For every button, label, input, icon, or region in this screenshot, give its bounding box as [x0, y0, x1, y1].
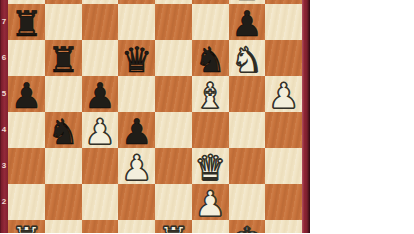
- black-pawn: ♟: [121, 115, 152, 150]
- square-g7[interactable]: ♟: [229, 4, 266, 40]
- square-d3[interactable]: ♟: [118, 148, 155, 184]
- square-e2[interactable]: [155, 184, 192, 220]
- black-pawn: ♟: [231, 7, 262, 42]
- square-d6[interactable]: ♛: [118, 40, 155, 76]
- white-king: ♚: [231, 223, 262, 234]
- square-b1[interactable]: [45, 220, 82, 233]
- white-pawn: ♟: [84, 115, 115, 150]
- square-a5[interactable]: ♟: [8, 76, 45, 112]
- square-b3[interactable]: [45, 148, 82, 184]
- square-g4[interactable]: [229, 112, 266, 148]
- white-pawn: ♟: [268, 79, 299, 114]
- square-e6[interactable]: [155, 40, 192, 76]
- rank-label-5: 5: [0, 89, 8, 99]
- white-rook: ♜: [11, 223, 42, 234]
- square-h1[interactable]: [265, 220, 302, 233]
- rank-label-4: 4: [0, 125, 8, 135]
- square-a7[interactable]: ♜: [8, 4, 45, 40]
- square-a2[interactable]: [8, 184, 45, 220]
- square-g3[interactable]: [229, 148, 266, 184]
- black-rook: ♜: [11, 7, 42, 42]
- square-d1[interactable]: [118, 220, 155, 233]
- black-rook: ♜: [47, 43, 78, 78]
- square-h3[interactable]: [265, 148, 302, 184]
- square-h4[interactable]: [265, 112, 302, 148]
- white-pawn: ♟: [121, 151, 152, 186]
- square-b5[interactable]: [45, 76, 82, 112]
- chess-board: ♚♜♟♜♛♞♞♟♟♝♟♞♟♟♟♛♟♜♜♚ 87654321: [0, 0, 310, 233]
- rank-label-7: 7: [0, 17, 8, 27]
- square-g2[interactable]: [229, 184, 266, 220]
- white-bishop: ♝: [194, 79, 225, 114]
- square-b6[interactable]: ♜: [45, 40, 82, 76]
- square-a1[interactable]: ♜: [8, 220, 45, 233]
- white-rook: ♜: [158, 223, 189, 234]
- black-pawn: ♟: [11, 79, 42, 114]
- board-border-right: [302, 0, 310, 233]
- square-b7[interactable]: [45, 4, 82, 40]
- board-grid: ♚♜♟♜♛♞♞♟♟♝♟♞♟♟♟♛♟♜♜♚: [8, 0, 302, 233]
- black-knight: ♞: [47, 115, 78, 150]
- square-h6[interactable]: [265, 40, 302, 76]
- square-d7[interactable]: [118, 4, 155, 40]
- rank-label-3: 3: [0, 161, 8, 171]
- square-e1[interactable]: ♜: [155, 220, 192, 233]
- square-f6[interactable]: ♞: [192, 40, 229, 76]
- square-b4[interactable]: ♞: [45, 112, 82, 148]
- square-c2[interactable]: [82, 184, 119, 220]
- square-g1[interactable]: ♚: [229, 220, 266, 233]
- square-f2[interactable]: ♟: [192, 184, 229, 220]
- square-e7[interactable]: [155, 4, 192, 40]
- black-pawn: ♟: [84, 79, 115, 114]
- black-knight: ♞: [194, 43, 225, 78]
- square-a4[interactable]: [8, 112, 45, 148]
- square-c7[interactable]: [82, 4, 119, 40]
- square-h2[interactable]: [265, 184, 302, 220]
- square-c1[interactable]: [82, 220, 119, 233]
- square-a6[interactable]: [8, 40, 45, 76]
- square-h7[interactable]: [265, 4, 302, 40]
- square-c5[interactable]: ♟: [82, 76, 119, 112]
- square-d2[interactable]: [118, 184, 155, 220]
- square-a3[interactable]: [8, 148, 45, 184]
- square-g5[interactable]: [229, 76, 266, 112]
- white-queen: ♛: [194, 151, 225, 186]
- square-e4[interactable]: [155, 112, 192, 148]
- square-d5[interactable]: [118, 76, 155, 112]
- square-b2[interactable]: [45, 184, 82, 220]
- black-queen: ♛: [121, 43, 152, 78]
- white-knight: ♞: [231, 43, 262, 78]
- square-c4[interactable]: ♟: [82, 112, 119, 148]
- square-e3[interactable]: [155, 148, 192, 184]
- white-pawn: ♟: [194, 187, 225, 222]
- square-c3[interactable]: [82, 148, 119, 184]
- square-g6[interactable]: ♞: [229, 40, 266, 76]
- square-e5[interactable]: [155, 76, 192, 112]
- rank-label-2: 2: [0, 197, 8, 207]
- square-d4[interactable]: ♟: [118, 112, 155, 148]
- square-f3[interactable]: ♛: [192, 148, 229, 184]
- square-f5[interactable]: ♝: [192, 76, 229, 112]
- square-h5[interactable]: ♟: [265, 76, 302, 112]
- square-f7[interactable]: [192, 4, 229, 40]
- rank-label-6: 6: [0, 53, 8, 63]
- square-f4[interactable]: [192, 112, 229, 148]
- square-c6[interactable]: [82, 40, 119, 76]
